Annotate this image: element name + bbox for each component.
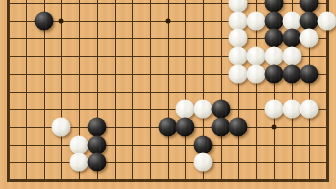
hoshi-star-point [59,18,64,23]
black-stone [264,64,283,83]
hoshi-star-point [271,124,276,129]
white-stone [229,11,248,30]
white-stone [70,135,89,154]
white-stone [194,100,213,119]
black-stone [87,135,106,154]
black-stone [229,117,248,136]
black-stone [194,135,213,154]
grid-horizontal-line [7,162,329,163]
black-stone [300,11,319,30]
black-stone [211,117,230,136]
white-stone [229,47,248,66]
white-stone [282,100,301,119]
go-board[interactable] [0,0,336,189]
black-stone [34,11,53,30]
white-stone [282,11,301,30]
grid-horizontal-line [7,145,329,146]
black-stone [282,29,301,48]
white-stone [247,11,266,30]
white-stone [176,100,195,119]
white-stone [229,64,248,83]
black-stone [300,64,319,83]
white-stone [300,29,319,48]
grid-horizontal-line [7,179,329,182]
white-stone [264,100,283,119]
white-stone [70,153,89,172]
white-stone [282,47,301,66]
white-stone [247,64,266,83]
black-stone [87,153,106,172]
white-stone [194,153,213,172]
black-stone [176,117,195,136]
white-stone [317,11,336,30]
go-game-screenshot [0,0,336,189]
white-stone [300,100,319,119]
grid-horizontal-line [7,92,329,93]
white-stone [247,47,266,66]
white-stone [264,47,283,66]
white-stone [52,117,71,136]
white-stone [229,29,248,48]
hoshi-star-point [165,18,170,23]
black-stone [158,117,177,136]
black-stone [264,29,283,48]
black-stone [282,64,301,83]
black-stone [87,117,106,136]
black-stone [211,100,230,119]
black-stone [264,11,283,30]
